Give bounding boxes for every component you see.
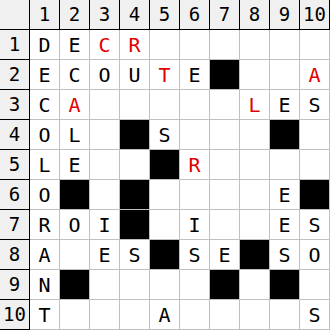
cell-r2-c9[interactable] (270, 60, 300, 90)
cell-r1-c9[interactable] (270, 30, 300, 60)
cell-r9-c8[interactable] (240, 270, 270, 300)
cell-r4-c5[interactable]: S (150, 120, 180, 150)
cell-r1-c7[interactable] (210, 30, 240, 60)
cell-r1-c4[interactable]: R (120, 30, 150, 60)
cell-r2-c5[interactable]: T (150, 60, 180, 90)
cell-r2-c1[interactable]: E (30, 60, 60, 90)
col-header-2: 2 (60, 0, 90, 30)
cell-r6-c7[interactable] (210, 180, 240, 210)
cell-r6-c6[interactable] (180, 180, 210, 210)
cell-r3-c1[interactable]: C (30, 90, 60, 120)
cell-r2-c10[interactable]: A (300, 60, 330, 90)
cell-r1-c3[interactable]: C (90, 30, 120, 60)
cell-r5-c1[interactable]: L (30, 150, 60, 180)
cell-r3-c4[interactable] (120, 90, 150, 120)
cell-r7-c6[interactable]: I (180, 210, 210, 240)
row-header-9: 9 (0, 270, 30, 300)
cell-r2-c2[interactable]: C (60, 60, 90, 90)
cell-r6-c9[interactable]: E (270, 180, 300, 210)
cell-r10-c6[interactable] (180, 300, 210, 330)
cell-r10-c1[interactable]: T (30, 300, 60, 330)
cell-r1-c6[interactable] (180, 30, 210, 60)
cell-r9-c10[interactable] (300, 270, 330, 300)
cell-r9-c5[interactable] (150, 270, 180, 300)
col-header-8: 8 (240, 0, 270, 30)
cell-r4-c6[interactable] (180, 120, 210, 150)
cell-r2-c8[interactable] (240, 60, 270, 90)
cell-r10-c7[interactable] (210, 300, 240, 330)
col-header-6: 6 (180, 0, 210, 30)
row-header-8: 8 (0, 240, 30, 270)
corner-cell (0, 0, 30, 30)
cell-r4-c8[interactable] (240, 120, 270, 150)
cell-r8-c6[interactable]: S (180, 240, 210, 270)
cell-r8-c7[interactable]: E (210, 240, 240, 270)
cell-r7-c3[interactable]: I (90, 210, 120, 240)
cell-r8-c5 (150, 240, 180, 270)
cell-r5-c6[interactable]: R (180, 150, 210, 180)
cell-r9-c9 (270, 270, 300, 300)
cell-r6-c5[interactable] (150, 180, 180, 210)
cell-r5-c5 (150, 150, 180, 180)
col-header-7: 7 (210, 0, 240, 30)
col-header-5: 5 (150, 0, 180, 30)
cell-r4-c3[interactable] (90, 120, 120, 150)
cell-r6-c2 (60, 180, 90, 210)
cell-r1-c10[interactable] (300, 30, 330, 60)
cell-r8-c3[interactable]: E (90, 240, 120, 270)
row-header-4: 4 (0, 120, 30, 150)
cell-r7-c2[interactable]: O (60, 210, 90, 240)
cell-r5-c7[interactable] (210, 150, 240, 180)
cell-r3-c3[interactable] (90, 90, 120, 120)
row-header-2: 2 (0, 60, 30, 90)
cell-r8-c9[interactable]: S (270, 240, 300, 270)
cell-r9-c6[interactable] (180, 270, 210, 300)
cell-r5-c2[interactable]: E (60, 150, 90, 180)
crossword-board: 123456789101DECR2ECOUTEA3CALES4OLS5LER6O… (0, 0, 330, 330)
col-header-1: 1 (30, 0, 60, 30)
cell-r5-c9[interactable] (270, 150, 300, 180)
cell-r2-c3[interactable]: O (90, 60, 120, 90)
cell-r8-c4[interactable]: S (120, 240, 150, 270)
cell-r9-c7 (210, 270, 240, 300)
cell-r1-c8[interactable] (240, 30, 270, 60)
col-header-4: 4 (120, 0, 150, 30)
cell-r6-c1[interactable]: O (30, 180, 60, 210)
cell-r6-c4 (120, 180, 150, 210)
cell-r7-c9[interactable]: E (270, 210, 300, 240)
cell-r4-c10[interactable] (300, 120, 330, 150)
cell-r7-c4 (120, 210, 150, 240)
cell-r10-c10[interactable]: S (300, 300, 330, 330)
cell-r1-c1[interactable]: D (30, 30, 60, 60)
cell-r9-c2 (60, 270, 90, 300)
col-header-9: 9 (270, 0, 300, 30)
col-header-3: 3 (90, 0, 120, 30)
cell-r3-c8[interactable]: L (240, 90, 270, 120)
row-header-5: 5 (0, 150, 30, 180)
cell-r8-c10[interactable]: O (300, 240, 330, 270)
cell-r1-c5[interactable] (150, 30, 180, 60)
cell-r8-c8 (240, 240, 270, 270)
cell-r7-c10[interactable]: S (300, 210, 330, 240)
cell-r4-c1[interactable]: O (30, 120, 60, 150)
cell-r2-c6[interactable]: E (180, 60, 210, 90)
cell-r9-c3[interactable] (90, 270, 120, 300)
cell-r6-c10 (300, 180, 330, 210)
cell-r2-c7 (210, 60, 240, 90)
cell-r8-c2[interactable] (60, 240, 90, 270)
row-header-1: 1 (0, 30, 30, 60)
cell-r5-c3[interactable] (90, 150, 120, 180)
cell-r10-c9[interactable] (270, 300, 300, 330)
cell-r9-c1[interactable]: N (30, 270, 60, 300)
cell-r7-c7[interactable] (210, 210, 240, 240)
cell-r7-c8[interactable] (240, 210, 270, 240)
cell-r10-c4[interactable] (120, 300, 150, 330)
cell-r7-c5[interactable] (150, 210, 180, 240)
cell-r3-c9[interactable]: E (270, 90, 300, 120)
cell-r2-c4[interactable]: U (120, 60, 150, 90)
cell-r4-c4 (120, 120, 150, 150)
cell-r5-c10[interactable] (300, 150, 330, 180)
cell-r7-c1[interactable]: R (30, 210, 60, 240)
cell-r10-c5[interactable]: A (150, 300, 180, 330)
cell-r5-c8[interactable] (240, 150, 270, 180)
cell-r3-c5[interactable] (150, 90, 180, 120)
row-header-6: 6 (0, 180, 30, 210)
row-header-10: 10 (0, 300, 30, 330)
cell-r5-c4[interactable] (120, 150, 150, 180)
row-header-7: 7 (0, 210, 30, 240)
cell-r4-c2[interactable]: L (60, 120, 90, 150)
cell-r10-c2[interactable] (60, 300, 90, 330)
cell-r3-c2[interactable]: A (60, 90, 90, 120)
cell-r1-c2[interactable]: E (60, 30, 90, 60)
row-header-3: 3 (0, 90, 30, 120)
cell-r10-c3[interactable] (90, 300, 120, 330)
cell-r9-c4[interactable] (120, 270, 150, 300)
cell-r3-c7[interactable] (210, 90, 240, 120)
cell-r10-c8[interactable] (240, 300, 270, 330)
cell-r8-c1[interactable]: A (30, 240, 60, 270)
col-header-10: 10 (300, 0, 330, 30)
cell-r4-c9 (270, 120, 300, 150)
cell-r6-c8[interactable] (240, 180, 270, 210)
cell-r6-c3[interactable] (90, 180, 120, 210)
cell-r3-c6[interactable] (180, 90, 210, 120)
cell-r4-c7[interactable] (210, 120, 240, 150)
cell-r3-c10[interactable]: S (300, 90, 330, 120)
